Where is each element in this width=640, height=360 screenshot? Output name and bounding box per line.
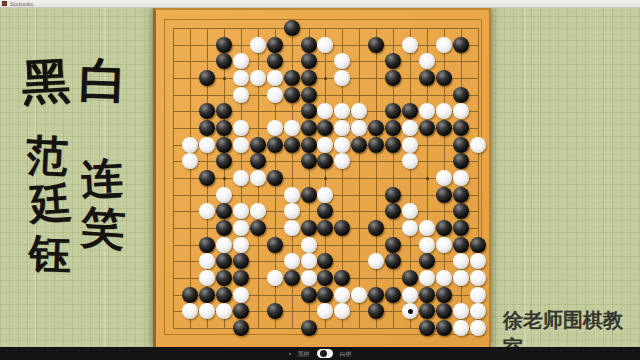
stone-white xyxy=(182,137,198,153)
stone-white xyxy=(284,187,300,203)
stone-black xyxy=(216,120,232,136)
stone-black xyxy=(453,137,469,153)
stone-black xyxy=(419,70,435,86)
stone-black xyxy=(419,120,435,136)
stone-black xyxy=(385,137,401,153)
stone-black xyxy=(301,137,317,153)
star-point xyxy=(223,177,226,180)
stone-black xyxy=(301,70,317,86)
stone-white xyxy=(284,253,300,269)
stone-black xyxy=(385,287,401,303)
stone-white xyxy=(470,287,486,303)
stone-white xyxy=(267,70,283,86)
stone-black xyxy=(216,220,232,236)
stone-black xyxy=(436,220,452,236)
stone-white xyxy=(470,303,486,319)
last-move-marker xyxy=(408,309,413,314)
stone-black xyxy=(301,287,317,303)
player-char: 白 xyxy=(78,56,128,106)
stone-white xyxy=(470,270,486,286)
stone-black xyxy=(301,220,317,236)
stone-white xyxy=(470,137,486,153)
stone-white xyxy=(267,87,283,103)
app-icon xyxy=(2,1,7,6)
stone-white xyxy=(216,187,232,203)
stone-black xyxy=(368,287,384,303)
stone-white xyxy=(453,320,469,336)
stone-black xyxy=(284,87,300,103)
toggle-knob-icon xyxy=(320,350,327,357)
stone-black xyxy=(199,70,215,86)
stone-white xyxy=(233,87,249,103)
stone-black xyxy=(419,287,435,303)
stone-black xyxy=(453,237,469,253)
stone-black xyxy=(267,137,283,153)
stone-black xyxy=(385,187,401,203)
stone-black xyxy=(199,287,215,303)
stone-black xyxy=(351,137,367,153)
window-title: Soduoko xyxy=(10,1,34,7)
stone-black xyxy=(216,270,232,286)
stone-white xyxy=(436,270,452,286)
stone-black xyxy=(216,287,232,303)
stone-white xyxy=(402,137,418,153)
stone-black xyxy=(301,87,317,103)
stone-white xyxy=(216,237,232,253)
stone-black xyxy=(267,237,283,253)
stone-black xyxy=(267,170,283,186)
player-char: 廷 xyxy=(29,182,74,227)
stone-black xyxy=(436,70,452,86)
stone-white xyxy=(436,237,452,253)
dot-icon xyxy=(289,353,291,355)
stone-white xyxy=(334,137,350,153)
player-char: 钰 xyxy=(28,233,71,276)
stone-black xyxy=(250,220,266,236)
stone-black xyxy=(453,37,469,53)
black-stones-label: 黑棋 xyxy=(298,351,310,357)
main-stage: 黑白范廷钰连笑 徐老师围棋教室 xyxy=(0,8,640,347)
stone-white xyxy=(402,37,418,53)
stone-white xyxy=(301,270,317,286)
stone-black xyxy=(199,120,215,136)
star-point xyxy=(223,77,226,80)
stone-black xyxy=(368,37,384,53)
stone-black xyxy=(267,53,283,69)
stone-white xyxy=(470,253,486,269)
stone-black xyxy=(368,137,384,153)
stone-black xyxy=(385,237,401,253)
stone-white xyxy=(284,220,300,236)
player-char: 连 xyxy=(80,157,124,201)
stone-white xyxy=(351,287,367,303)
player-char: 笑 xyxy=(80,205,127,252)
stone-white xyxy=(233,220,249,236)
stone-white xyxy=(250,170,266,186)
stone-black xyxy=(182,287,198,303)
stone-white xyxy=(233,203,249,219)
stone-white xyxy=(250,203,266,219)
stone-white xyxy=(267,270,283,286)
stone-white xyxy=(419,237,435,253)
stone-black xyxy=(233,270,249,286)
stone-white xyxy=(199,270,215,286)
stone-black xyxy=(301,320,317,336)
stone-white xyxy=(436,37,452,53)
stone-white xyxy=(233,53,249,69)
stone-white xyxy=(233,70,249,86)
stone-white xyxy=(419,220,435,236)
stone-black xyxy=(284,137,300,153)
go-board[interactable] xyxy=(153,8,491,347)
stone-black xyxy=(267,37,283,53)
stone-black xyxy=(301,37,317,53)
stone-white xyxy=(453,170,469,186)
stone-black xyxy=(436,287,452,303)
stone-black xyxy=(453,220,469,236)
bottom-toolbar: 黑棋 白棋 xyxy=(0,347,640,360)
stone-white xyxy=(284,120,300,136)
grid-vline xyxy=(359,28,360,329)
stone-white xyxy=(233,170,249,186)
color-toggle[interactable] xyxy=(317,349,333,358)
stone-white xyxy=(453,270,469,286)
grid-vline xyxy=(376,28,377,329)
stone-black xyxy=(436,120,452,136)
stone-black xyxy=(453,120,469,136)
stone-white xyxy=(233,120,249,136)
stone-black xyxy=(216,137,232,153)
stone-white xyxy=(233,137,249,153)
stone-black xyxy=(301,187,317,203)
player-char: 范 xyxy=(25,134,69,178)
stone-black xyxy=(250,153,266,169)
stone-white xyxy=(250,70,266,86)
stone-black xyxy=(453,87,469,103)
stone-black xyxy=(199,237,215,253)
stone-black xyxy=(470,237,486,253)
stone-black xyxy=(453,187,469,203)
stone-black xyxy=(233,320,249,336)
stone-black xyxy=(284,270,300,286)
stone-white xyxy=(470,320,486,336)
stone-black xyxy=(199,170,215,186)
stone-white xyxy=(250,37,266,53)
white-stones-label: 白棋 xyxy=(340,351,352,357)
stone-white xyxy=(301,253,317,269)
stone-black xyxy=(301,153,317,169)
stone-white xyxy=(284,203,300,219)
stone-black xyxy=(250,137,266,153)
stone-black xyxy=(267,303,283,319)
stone-white xyxy=(233,287,249,303)
stone-black xyxy=(436,320,452,336)
stone-black xyxy=(301,120,317,136)
stone-black xyxy=(284,70,300,86)
stone-black xyxy=(216,37,232,53)
title-bar: Soduoko xyxy=(0,0,640,8)
stone-white xyxy=(199,137,215,153)
stone-white xyxy=(233,237,249,253)
stone-black xyxy=(284,20,300,36)
stone-white xyxy=(301,237,317,253)
stone-black xyxy=(301,53,317,69)
stone-black xyxy=(301,103,317,119)
stone-white xyxy=(402,287,418,303)
stone-white xyxy=(267,120,283,136)
stone-white xyxy=(436,170,452,186)
stone-black xyxy=(436,187,452,203)
player-char: 黑 xyxy=(21,57,71,107)
